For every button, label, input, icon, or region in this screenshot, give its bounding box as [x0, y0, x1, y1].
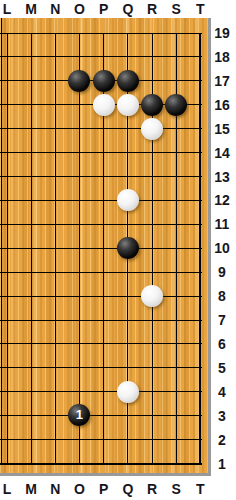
- point-N2[interactable]: [43, 427, 67, 451]
- point-L7[interactable]: [0, 308, 19, 332]
- point-Q16[interactable]: [116, 93, 140, 117]
- board-edge-shadow-right: [208, 18, 211, 476]
- point-L4[interactable]: [0, 380, 19, 404]
- point-S17[interactable]: [164, 69, 188, 93]
- point-S4[interactable]: [164, 380, 188, 404]
- col-label-top-T: T: [196, 2, 205, 16]
- point-S3[interactable]: [164, 404, 188, 428]
- col-label-bottom-L: L: [3, 482, 12, 496]
- point-T19[interactable]: [188, 21, 208, 45]
- row-label-10: 10: [214, 241, 230, 255]
- point-T2[interactable]: [188, 427, 208, 451]
- goban: 1: [0, 18, 208, 473]
- col-label-top-S: S: [172, 2, 181, 16]
- point-T7[interactable]: [188, 308, 208, 332]
- point-M5[interactable]: [19, 356, 43, 380]
- point-P19[interactable]: [92, 21, 116, 45]
- point-O5[interactable]: [67, 356, 91, 380]
- point-L9[interactable]: [0, 260, 19, 284]
- point-N5[interactable]: [43, 356, 67, 380]
- point-R15[interactable]: [140, 117, 164, 141]
- point-M17[interactable]: [19, 69, 43, 93]
- move-number-label: 1: [76, 404, 83, 426]
- point-O14[interactable]: [67, 141, 91, 165]
- point-N4[interactable]: [43, 380, 67, 404]
- white-stone-Q16: [117, 94, 139, 116]
- col-label-bottom-N: N: [50, 482, 60, 496]
- point-N10[interactable]: [43, 236, 67, 260]
- point-S8[interactable]: [164, 284, 188, 308]
- point-M11[interactable]: [19, 212, 43, 236]
- point-M10[interactable]: [19, 236, 43, 260]
- row-label-17: 17: [214, 74, 230, 88]
- white-stone-Q4: [117, 381, 139, 403]
- point-L5[interactable]: [0, 356, 19, 380]
- point-P2[interactable]: [92, 427, 116, 451]
- col-label-top-M: M: [25, 2, 37, 16]
- point-R1[interactable]: [140, 451, 164, 473]
- black-stone-Q10: [117, 237, 139, 259]
- point-S19[interactable]: [164, 21, 188, 45]
- point-M9[interactable]: [19, 260, 43, 284]
- col-label-top-R: R: [147, 2, 157, 16]
- point-T11[interactable]: [188, 212, 208, 236]
- black-stone-O17: [68, 70, 90, 92]
- point-S13[interactable]: [164, 164, 188, 188]
- point-Q15[interactable]: [116, 117, 140, 141]
- point-N8[interactable]: [43, 284, 67, 308]
- point-L8[interactable]: [0, 284, 19, 308]
- point-M3[interactable]: [19, 404, 43, 428]
- row-label-12: 12: [214, 193, 230, 207]
- point-O12[interactable]: [67, 188, 91, 212]
- point-O19[interactable]: [67, 21, 91, 45]
- point-L14[interactable]: [0, 141, 19, 165]
- point-O17[interactable]: [67, 69, 91, 93]
- black-stone-S16: [165, 94, 187, 116]
- point-S18[interactable]: [164, 45, 188, 69]
- point-Q7[interactable]: [116, 308, 140, 332]
- white-stone-R8: [141, 285, 163, 307]
- point-T3[interactable]: [188, 404, 208, 428]
- row-label-7: 7: [218, 313, 226, 327]
- point-N11[interactable]: [43, 212, 67, 236]
- point-T13[interactable]: [188, 164, 208, 188]
- point-P13[interactable]: [92, 164, 116, 188]
- point-S11[interactable]: [164, 212, 188, 236]
- point-R3[interactable]: [140, 404, 164, 428]
- point-M7[interactable]: [19, 308, 43, 332]
- row-label-1: 1: [218, 457, 226, 471]
- point-S15[interactable]: [164, 117, 188, 141]
- point-P15[interactable]: [92, 117, 116, 141]
- point-O7[interactable]: [67, 308, 91, 332]
- point-R4[interactable]: [140, 380, 164, 404]
- point-Q2[interactable]: [116, 427, 140, 451]
- point-L17[interactable]: [0, 69, 19, 93]
- point-O4[interactable]: [67, 380, 91, 404]
- row-label-18: 18: [214, 50, 230, 64]
- point-T18[interactable]: [188, 45, 208, 69]
- go-board-diagram: LMNOPQRST 1 1918171615141312111098765432…: [0, 0, 236, 500]
- point-Q18[interactable]: [116, 45, 140, 69]
- point-Q8[interactable]: [116, 284, 140, 308]
- point-S16[interactable]: [164, 93, 188, 117]
- point-M2[interactable]: [19, 427, 43, 451]
- point-S10[interactable]: [164, 236, 188, 260]
- point-L16[interactable]: [0, 93, 19, 117]
- col-label-bottom-Q: Q: [122, 482, 133, 496]
- point-Q6[interactable]: [116, 332, 140, 356]
- point-O11[interactable]: [67, 212, 91, 236]
- col-label-bottom-R: R: [147, 482, 157, 496]
- col-label-bottom-O: O: [74, 482, 85, 496]
- point-M19[interactable]: [19, 21, 43, 45]
- point-R16[interactable]: [140, 93, 164, 117]
- point-Q9[interactable]: [116, 260, 140, 284]
- point-T5[interactable]: [188, 356, 208, 380]
- point-Q17[interactable]: [116, 69, 140, 93]
- point-N6[interactable]: [43, 332, 67, 356]
- point-P12[interactable]: [92, 188, 116, 212]
- point-L2[interactable]: [0, 427, 19, 451]
- point-R6[interactable]: [140, 332, 164, 356]
- point-O15[interactable]: [67, 117, 91, 141]
- point-S9[interactable]: [164, 260, 188, 284]
- point-Q19[interactable]: [116, 21, 140, 45]
- point-M4[interactable]: [19, 380, 43, 404]
- point-N17[interactable]: [43, 69, 67, 93]
- point-R7[interactable]: [140, 308, 164, 332]
- point-O1[interactable]: [67, 451, 91, 473]
- point-R2[interactable]: [140, 427, 164, 451]
- point-N9[interactable]: [43, 260, 67, 284]
- point-R10[interactable]: [140, 236, 164, 260]
- point-P16[interactable]: [92, 93, 116, 117]
- white-stone-Q12: [117, 189, 139, 211]
- point-T15[interactable]: [188, 117, 208, 141]
- point-Q14[interactable]: [116, 141, 140, 165]
- col-label-top-L: L: [3, 2, 12, 16]
- point-M13[interactable]: [19, 164, 43, 188]
- white-stone-P16: [93, 94, 115, 116]
- point-T17[interactable]: [188, 69, 208, 93]
- point-S7[interactable]: [164, 308, 188, 332]
- point-M16[interactable]: [19, 93, 43, 117]
- point-P7[interactable]: [92, 308, 116, 332]
- point-N14[interactable]: [43, 141, 67, 165]
- col-label-top-P: P: [99, 2, 108, 16]
- point-N16[interactable]: [43, 93, 67, 117]
- point-N1[interactable]: [43, 451, 67, 473]
- point-Q1[interactable]: [116, 451, 140, 473]
- col-label-bottom-T: T: [196, 482, 205, 496]
- row-label-3: 3: [218, 409, 226, 423]
- row-label-5: 5: [218, 361, 226, 375]
- point-P9[interactable]: [92, 260, 116, 284]
- point-R17[interactable]: [140, 69, 164, 93]
- point-N7[interactable]: [43, 308, 67, 332]
- point-Q11[interactable]: [116, 212, 140, 236]
- white-stone-R15: [141, 118, 163, 140]
- point-S12[interactable]: [164, 188, 188, 212]
- black-stone-R16: [141, 94, 163, 116]
- point-N19[interactable]: [43, 21, 67, 45]
- point-L15[interactable]: [0, 117, 19, 141]
- point-L6[interactable]: [0, 332, 19, 356]
- point-P17[interactable]: [92, 69, 116, 93]
- row-label-8: 8: [218, 289, 226, 303]
- point-S6[interactable]: [164, 332, 188, 356]
- point-T10[interactable]: [188, 236, 208, 260]
- point-Q10[interactable]: [116, 236, 140, 260]
- point-T16[interactable]: [188, 93, 208, 117]
- row-label-9: 9: [218, 265, 226, 279]
- point-R8[interactable]: [140, 284, 164, 308]
- point-R12[interactable]: [140, 188, 164, 212]
- point-R13[interactable]: [140, 164, 164, 188]
- point-P5[interactable]: [92, 356, 116, 380]
- point-T6[interactable]: [188, 332, 208, 356]
- point-O16[interactable]: [67, 93, 91, 117]
- point-T1[interactable]: [188, 451, 208, 473]
- point-S14[interactable]: [164, 141, 188, 165]
- point-Q4[interactable]: [116, 380, 140, 404]
- point-M1[interactable]: [19, 451, 43, 473]
- point-T14[interactable]: [188, 141, 208, 165]
- point-T12[interactable]: [188, 188, 208, 212]
- col-label-top-Q: Q: [122, 2, 133, 16]
- point-O10[interactable]: [67, 236, 91, 260]
- row-label-19: 19: [214, 26, 230, 40]
- row-label-13: 13: [214, 170, 230, 184]
- point-M18[interactable]: [19, 45, 43, 69]
- point-S2[interactable]: [164, 427, 188, 451]
- col-label-top-O: O: [74, 2, 85, 16]
- point-L19[interactable]: [0, 21, 19, 45]
- point-M15[interactable]: [19, 117, 43, 141]
- row-label-11: 11: [215, 217, 230, 231]
- point-P6[interactable]: [92, 332, 116, 356]
- point-M12[interactable]: [19, 188, 43, 212]
- point-L1[interactable]: [0, 451, 19, 473]
- point-N13[interactable]: [43, 164, 67, 188]
- point-S1[interactable]: [164, 451, 188, 473]
- point-P10[interactable]: [92, 236, 116, 260]
- point-L12[interactable]: [0, 188, 19, 212]
- col-label-bottom-M: M: [25, 482, 37, 496]
- point-O9[interactable]: [67, 260, 91, 284]
- row-label-6: 6: [218, 337, 226, 351]
- point-R5[interactable]: [140, 356, 164, 380]
- point-O18[interactable]: [67, 45, 91, 69]
- point-O2[interactable]: [67, 427, 91, 451]
- point-P4[interactable]: [92, 380, 116, 404]
- point-O6[interactable]: [67, 332, 91, 356]
- point-P1[interactable]: [92, 451, 116, 473]
- point-L18[interactable]: [0, 45, 19, 69]
- row-label-16: 16: [214, 98, 230, 112]
- point-R18[interactable]: [140, 45, 164, 69]
- point-M6[interactable]: [19, 332, 43, 356]
- point-M8[interactable]: [19, 284, 43, 308]
- point-O3[interactable]: 1: [67, 404, 91, 428]
- point-L10[interactable]: [0, 236, 19, 260]
- point-S5[interactable]: [164, 356, 188, 380]
- row-label-15: 15: [214, 122, 230, 136]
- point-N3[interactable]: [43, 404, 67, 428]
- point-R19[interactable]: [140, 21, 164, 45]
- point-L13[interactable]: [0, 164, 19, 188]
- point-P18[interactable]: [92, 45, 116, 69]
- row-label-14: 14: [214, 146, 230, 160]
- point-T4[interactable]: [188, 380, 208, 404]
- board-edge-shadow-bottom: [0, 473, 211, 476]
- black-stone-P17: [93, 70, 115, 92]
- black-stone-O3: 1: [68, 404, 90, 426]
- col-label-bottom-P: P: [99, 482, 108, 496]
- point-N12[interactable]: [43, 188, 67, 212]
- point-L11[interactable]: [0, 212, 19, 236]
- point-N18[interactable]: [43, 45, 67, 69]
- point-P14[interactable]: [92, 141, 116, 165]
- point-R9[interactable]: [140, 260, 164, 284]
- point-P11[interactable]: [92, 212, 116, 236]
- point-Q5[interactable]: [116, 356, 140, 380]
- black-stone-Q17: [117, 70, 139, 92]
- point-N15[interactable]: [43, 117, 67, 141]
- point-O13[interactable]: [67, 164, 91, 188]
- col-label-bottom-S: S: [172, 482, 181, 496]
- point-Q13[interactable]: [116, 164, 140, 188]
- point-P3[interactable]: [92, 404, 116, 428]
- board-grid: 1: [0, 21, 208, 473]
- point-T9[interactable]: [188, 260, 208, 284]
- point-P8[interactable]: [92, 284, 116, 308]
- row-label-2: 2: [218, 433, 226, 447]
- point-L3[interactable]: [0, 404, 19, 428]
- point-Q12[interactable]: [116, 188, 140, 212]
- point-R14[interactable]: [140, 141, 164, 165]
- point-M14[interactable]: [19, 141, 43, 165]
- point-R11[interactable]: [140, 212, 164, 236]
- row-label-4: 4: [218, 385, 226, 399]
- point-Q3[interactable]: [116, 404, 140, 428]
- col-label-top-N: N: [50, 2, 60, 16]
- point-T8[interactable]: [188, 284, 208, 308]
- point-O8[interactable]: [67, 284, 91, 308]
